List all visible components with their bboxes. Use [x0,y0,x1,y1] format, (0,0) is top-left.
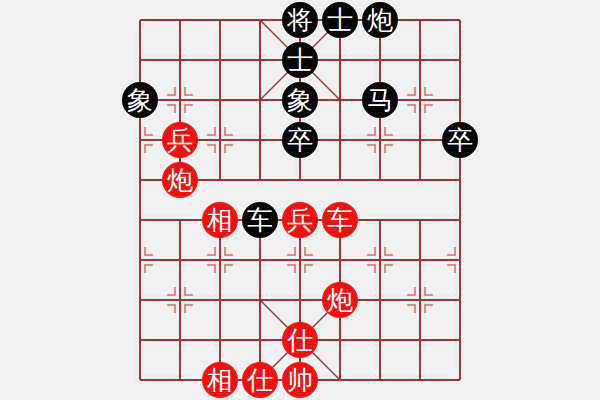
piece-black-chariot[interactable]: 车 [242,202,278,238]
piece-black-soldier[interactable]: 卒 [282,122,318,158]
piece-black-general[interactable]: 将 [282,2,318,38]
piece-black-cannon[interactable]: 炮 [362,2,398,38]
pieces-layer: 将士炮士象象马兵卒卒炮相车兵车炮仕相仕帅 [120,0,480,400]
piece-black-advisor[interactable]: 士 [322,2,358,38]
piece-red-general[interactable]: 帅 [282,362,318,398]
piece-red-soldier[interactable]: 兵 [162,122,198,158]
piece-red-advisor[interactable]: 仕 [282,322,318,358]
piece-black-horse[interactable]: 马 [362,82,398,118]
xiangqi-app: 将士炮士象象马兵卒卒炮相车兵车炮仕相仕帅 [0,0,600,400]
piece-red-chariot[interactable]: 车 [322,202,358,238]
piece-red-advisor[interactable]: 仕 [242,362,278,398]
piece-red-soldier[interactable]: 兵 [282,202,318,238]
piece-black-advisor[interactable]: 士 [282,42,318,78]
piece-red-elephant[interactable]: 相 [202,362,238,398]
piece-black-soldier[interactable]: 卒 [442,122,478,158]
piece-black-elephant[interactable]: 象 [282,82,318,118]
piece-red-elephant[interactable]: 相 [202,202,238,238]
piece-black-elephant[interactable]: 象 [122,82,158,118]
piece-red-cannon[interactable]: 炮 [322,282,358,318]
piece-red-cannon[interactable]: 炮 [162,162,198,198]
